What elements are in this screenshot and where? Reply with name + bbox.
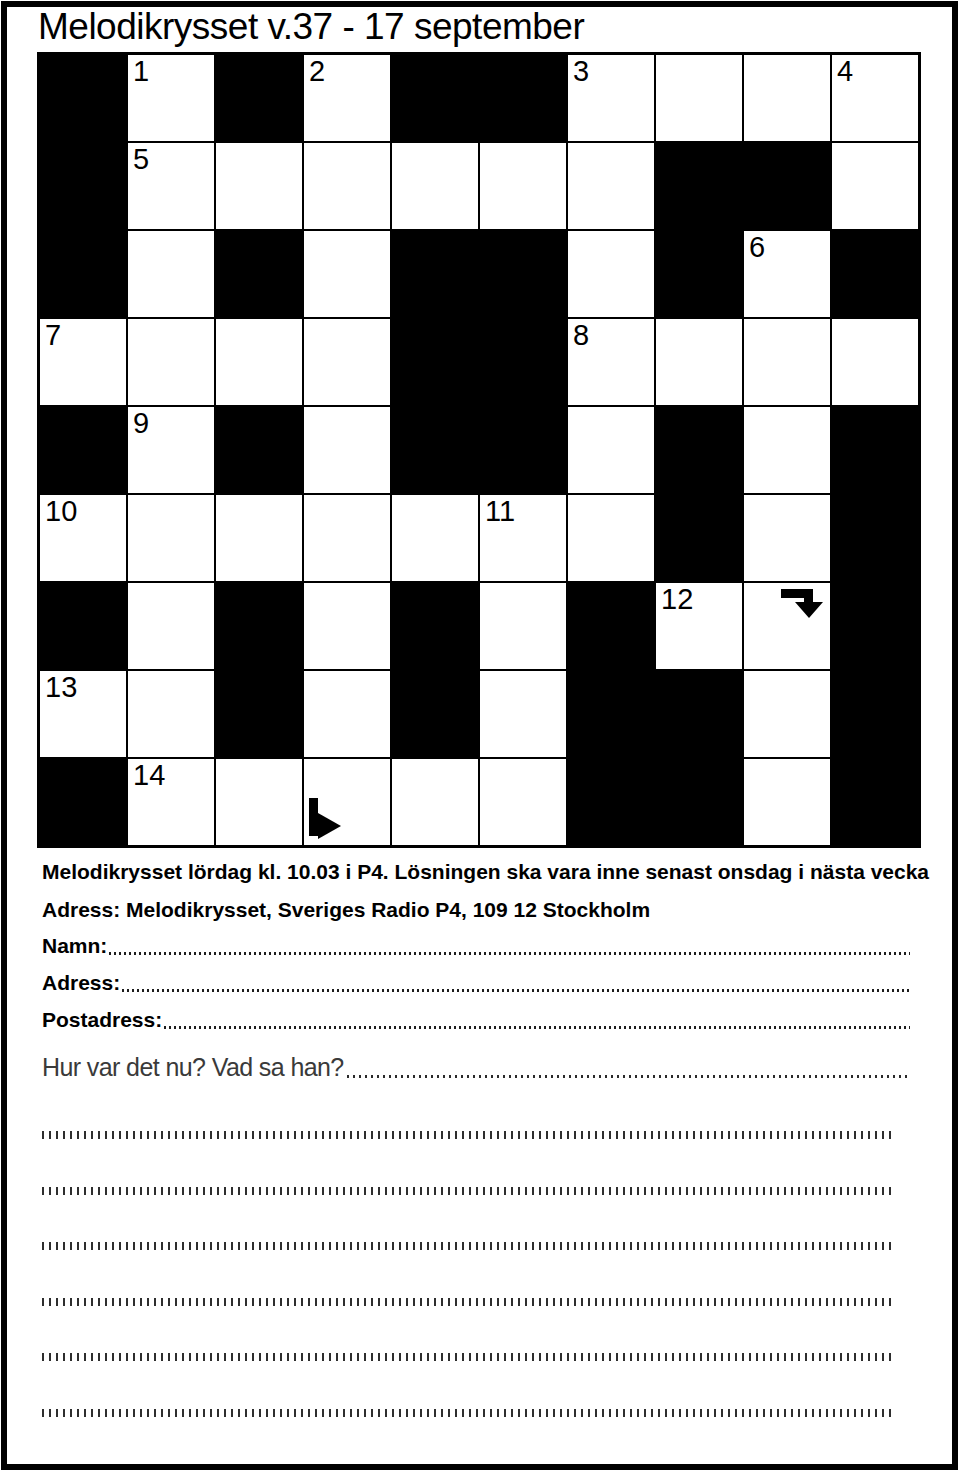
cell-r6c7[interactable]: [567, 494, 655, 582]
melodikrysset-page: Melodikrysset v.37 - 17 september 123456…: [0, 0, 960, 1472]
cell-r9c3[interactable]: [215, 758, 303, 846]
cell-r9c10-black: [831, 758, 919, 846]
question-dotted-line[interactable]: [347, 1075, 910, 1078]
answer-line-6[interactable]: [42, 1409, 892, 1417]
cell-r9c1-black: [39, 758, 127, 846]
clue-number-10: 10: [45, 495, 77, 528]
cell-r7c9[interactable]: [743, 582, 831, 670]
cell-r3c9[interactable]: 6: [743, 230, 831, 318]
name-dotted-line[interactable]: [109, 952, 910, 955]
broadcast-info-line: Melodikrysset lördag kl. 10.03 i P4. Lös…: [42, 860, 910, 884]
cell-r5c10-black: [831, 406, 919, 494]
cell-r7c10-black: [831, 582, 919, 670]
answer-line-5[interactable]: [42, 1353, 892, 1361]
clue-number-13: 13: [45, 671, 77, 704]
cell-r4c5-black: [391, 318, 479, 406]
arrow-down-then-right-icon: [307, 798, 343, 842]
cell-r7c6[interactable]: [479, 582, 567, 670]
cell-r6c4[interactable]: [303, 494, 391, 582]
cell-r1c2[interactable]: 1: [127, 54, 215, 142]
cell-r6c5[interactable]: [391, 494, 479, 582]
cell-r3c3-black: [215, 230, 303, 318]
clue-number-8: 8: [573, 319, 589, 352]
answer-line-4[interactable]: [42, 1298, 892, 1306]
cell-r7c7-black: [567, 582, 655, 670]
cell-r6c6[interactable]: 11: [479, 494, 567, 582]
cell-r8c10-black: [831, 670, 919, 758]
cell-r2c10[interactable]: [831, 142, 919, 230]
question-text: Hur var det nu? Vad sa han?: [42, 1053, 344, 1082]
cell-r1c9[interactable]: [743, 54, 831, 142]
cell-r6c10-black: [831, 494, 919, 582]
cell-r4c4[interactable]: [303, 318, 391, 406]
cell-r4c10[interactable]: [831, 318, 919, 406]
cell-r1c8[interactable]: [655, 54, 743, 142]
cell-r1c10[interactable]: 4: [831, 54, 919, 142]
cell-r5c3-black: [215, 406, 303, 494]
cell-r5c9[interactable]: [743, 406, 831, 494]
clue-number-4: 4: [837, 55, 853, 88]
address-label: Adress:: [42, 971, 120, 995]
cell-r1c1-black: [39, 54, 127, 142]
cell-r2c4[interactable]: [303, 142, 391, 230]
cell-r8c6[interactable]: [479, 670, 567, 758]
cell-r9c9[interactable]: [743, 758, 831, 846]
cell-r9c7-black: [567, 758, 655, 846]
cell-r7c4[interactable]: [303, 582, 391, 670]
cell-r2c8-black: [655, 142, 743, 230]
cell-r2c6[interactable]: [479, 142, 567, 230]
cell-r1c7[interactable]: 3: [567, 54, 655, 142]
cell-r3c2[interactable]: [127, 230, 215, 318]
cell-r7c3-black: [215, 582, 303, 670]
cell-r3c8-black: [655, 230, 743, 318]
cell-r3c10-black: [831, 230, 919, 318]
cell-r4c9[interactable]: [743, 318, 831, 406]
cell-r4c1[interactable]: 7: [39, 318, 127, 406]
cell-r6c3[interactable]: [215, 494, 303, 582]
clue-number-9: 9: [133, 407, 149, 440]
cell-r8c2[interactable]: [127, 670, 215, 758]
cell-r7c5-black: [391, 582, 479, 670]
cell-r4c8[interactable]: [655, 318, 743, 406]
answer-line-3[interactable]: [42, 1242, 892, 1250]
clue-number-3: 3: [573, 55, 589, 88]
cell-r5c2[interactable]: 9: [127, 406, 215, 494]
cell-r2c9-black: [743, 142, 831, 230]
arrow-right-then-down-icon: [781, 587, 825, 619]
postal-dotted-line[interactable]: [164, 1026, 910, 1029]
cell-r1c3-black: [215, 54, 303, 142]
name-field-row: Namn:: [42, 934, 910, 958]
cell-r5c6-black: [479, 406, 567, 494]
postal-label: Postadress:: [42, 1008, 162, 1032]
clue-number-7: 7: [45, 319, 61, 352]
cell-r2c1-black: [39, 142, 127, 230]
cell-r5c4[interactable]: [303, 406, 391, 494]
postal-field-row: Postadress:: [42, 1008, 910, 1032]
cell-r9c5[interactable]: [391, 758, 479, 846]
cell-r9c2[interactable]: 14: [127, 758, 215, 846]
cell-r6c2[interactable]: [127, 494, 215, 582]
address-dotted-line[interactable]: [122, 989, 910, 992]
cell-r9c8-black: [655, 758, 743, 846]
answer-line-1[interactable]: [42, 1131, 892, 1139]
cell-r5c1-black: [39, 406, 127, 494]
clue-number-1: 1: [133, 55, 149, 88]
page-title: Melodikrysset v.37 - 17 september: [38, 6, 584, 48]
cell-r2c3[interactable]: [215, 142, 303, 230]
mailing-address-line: Adress: Melodikrysset, Sveriges Radio P4…: [42, 898, 910, 922]
cell-r6c8-black: [655, 494, 743, 582]
cell-r4c2[interactable]: [127, 318, 215, 406]
cell-r2c7[interactable]: [567, 142, 655, 230]
cell-r8c8-black: [655, 670, 743, 758]
cell-r7c8[interactable]: 12: [655, 582, 743, 670]
clue-number-6: 6: [749, 231, 765, 264]
question-row: Hur var det nu? Vad sa han?: [42, 1053, 910, 1082]
cell-r3c1-black: [39, 230, 127, 318]
cell-r1c4[interactable]: 2: [303, 54, 391, 142]
name-label: Namn:: [42, 934, 107, 958]
clue-number-14: 14: [133, 759, 165, 792]
address-field-row: Adress:: [42, 971, 910, 995]
cell-r3c4[interactable]: [303, 230, 391, 318]
cell-r8c9[interactable]: [743, 670, 831, 758]
cell-r2c5[interactable]: [391, 142, 479, 230]
cell-r8c3-black: [215, 670, 303, 758]
cell-r5c8-black: [655, 406, 743, 494]
cell-r8c4[interactable]: [303, 670, 391, 758]
cell-r7c1-black: [39, 582, 127, 670]
clue-number-12: 12: [661, 583, 693, 616]
cell-r3c5-black: [391, 230, 479, 318]
cell-r1c6-black: [479, 54, 567, 142]
cell-r9c4[interactable]: [303, 758, 391, 846]
clue-number-2: 2: [309, 55, 325, 88]
clue-number-11: 11: [485, 495, 515, 528]
cell-r2c2[interactable]: 5: [127, 142, 215, 230]
cell-r3c6-black: [479, 230, 567, 318]
clue-number-5: 5: [133, 143, 149, 176]
cell-r1c5-black: [391, 54, 479, 142]
cell-r4c6-black: [479, 318, 567, 406]
crossword-board: 1234567891011121314: [37, 52, 921, 848]
cell-r4c3[interactable]: [215, 318, 303, 406]
cell-r5c7[interactable]: [567, 406, 655, 494]
cell-r3c7[interactable]: [567, 230, 655, 318]
cell-r8c1[interactable]: 13: [39, 670, 127, 758]
cell-r6c1[interactable]: 10: [39, 494, 127, 582]
cell-r8c7-black: [567, 670, 655, 758]
answer-line-2[interactable]: [42, 1187, 892, 1195]
cell-r5c5-black: [391, 406, 479, 494]
cell-r9c6[interactable]: [479, 758, 567, 846]
cell-r7c2[interactable]: [127, 582, 215, 670]
cell-r4c7[interactable]: 8: [567, 318, 655, 406]
cell-r6c9[interactable]: [743, 494, 831, 582]
cell-r8c5-black: [391, 670, 479, 758]
